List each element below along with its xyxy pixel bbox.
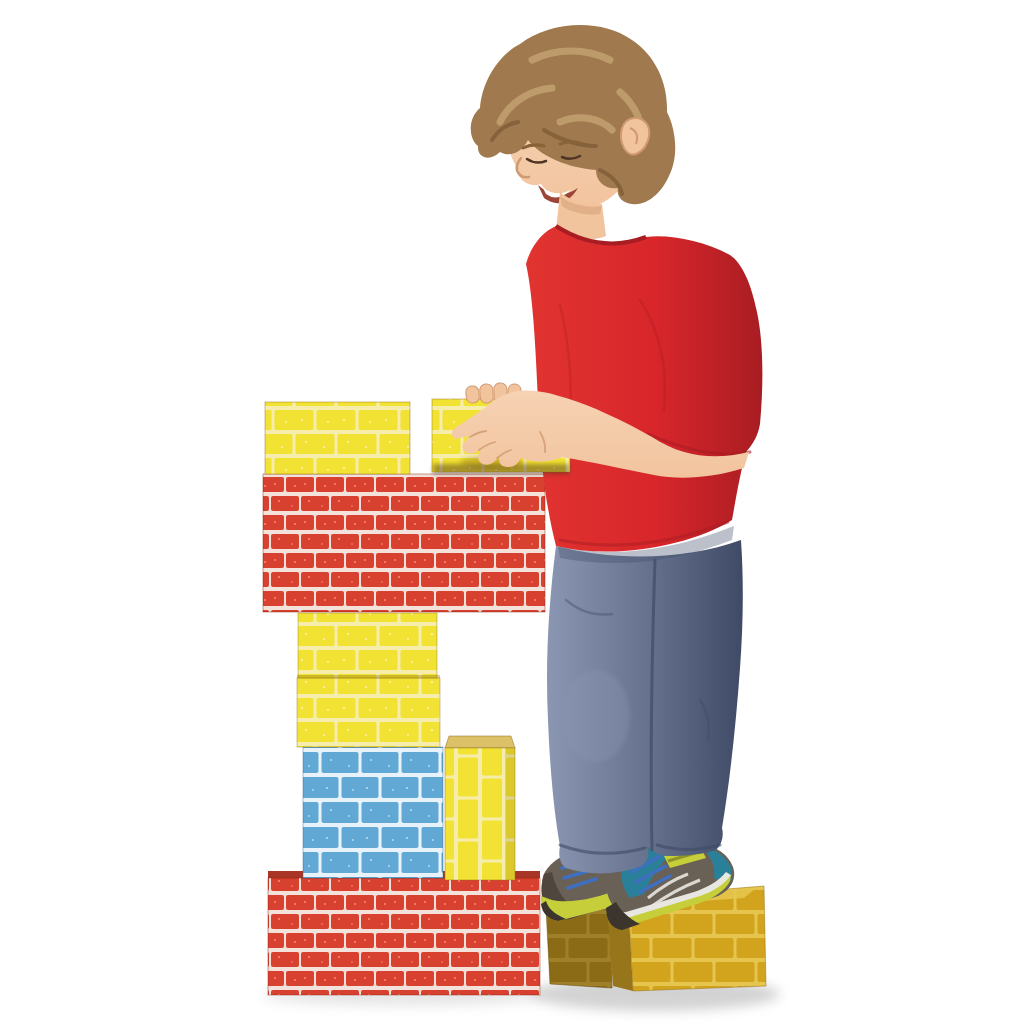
block-yellow-top-left: Yellow brick block — top row, left <box>265 402 410 474</box>
block-yellow-middle-upper: Yellow brick block — middle tier, upper <box>297 613 440 678</box>
block-red-base: Red brick block — large, base of tower <box>268 871 540 995</box>
block-blue-middle: Blue brick block — lower middle tier <box>303 747 443 878</box>
block-yellow-upright: Yellow brick block — narrow, standing up… <box>445 736 515 880</box>
block-red-upper: Red brick block — large, upper tier <box>263 474 545 612</box>
photo-canvas: Young boy in a red t-shirt and blue jean… <box>0 0 1024 1024</box>
jeans-knee-highlight <box>562 670 630 762</box>
product-photo: Young boy in a red t-shirt and blue jean… <box>0 0 1024 1024</box>
block-yellow-middle-lower: Yellow brick block — middle tier, lower <box>297 678 440 747</box>
block-tower: Cardboard brick block tower Red brick bl… <box>263 402 545 995</box>
red-tshirt <box>526 226 762 552</box>
